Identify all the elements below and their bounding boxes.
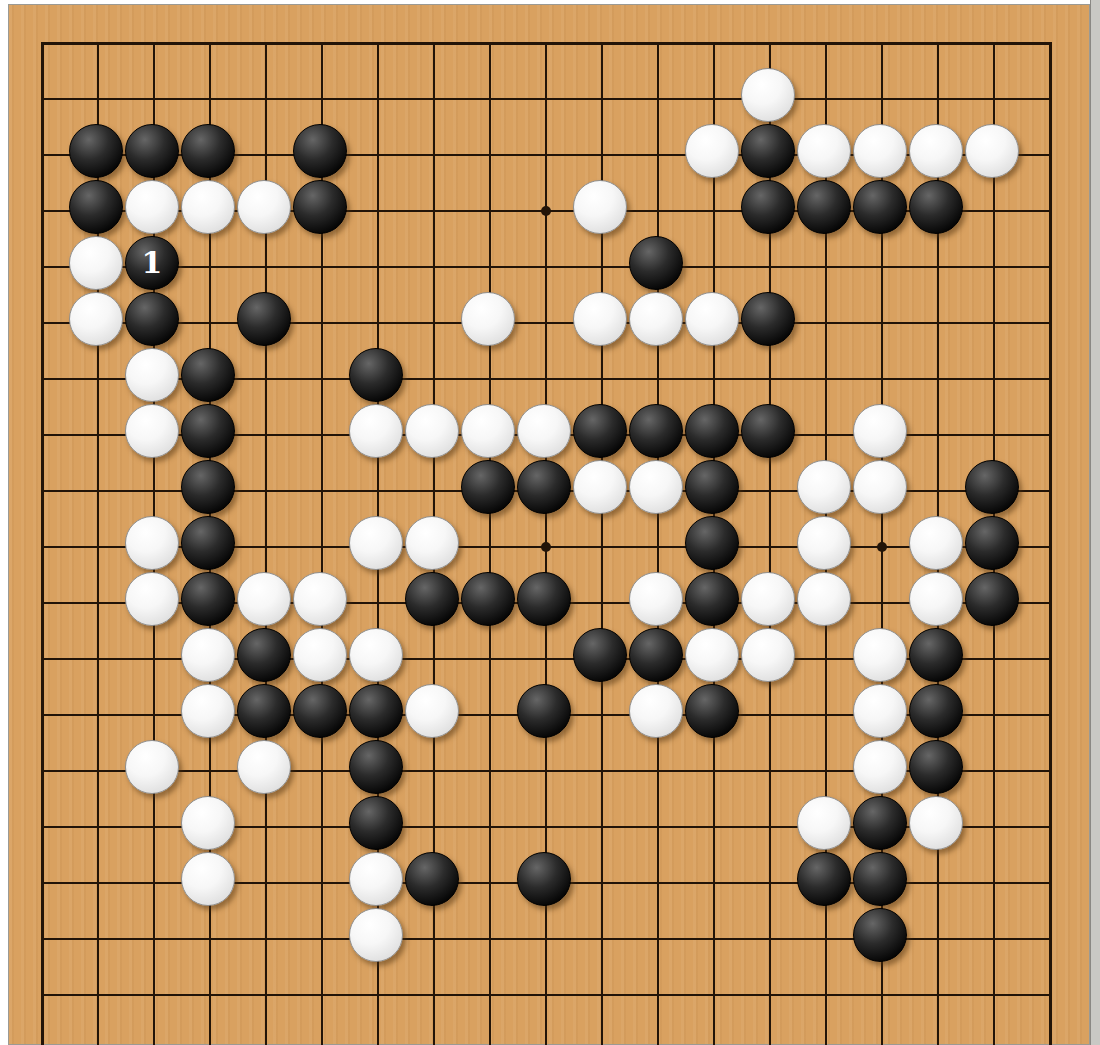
white-stone[interactable]: [629, 460, 683, 514]
white-stone[interactable]: [125, 516, 179, 570]
black-stone[interactable]: [461, 460, 515, 514]
white-stone[interactable]: [741, 68, 795, 122]
white-stone[interactable]: [125, 348, 179, 402]
white-stone[interactable]: [181, 180, 235, 234]
black-stone[interactable]: [181, 572, 235, 626]
black-stone[interactable]: [853, 180, 907, 234]
black-stone[interactable]: [853, 908, 907, 962]
black-stone[interactable]: [181, 460, 235, 514]
black-stone[interactable]: [461, 572, 515, 626]
black-stone[interactable]: [629, 404, 683, 458]
black-stone[interactable]: [685, 684, 739, 738]
white-stone[interactable]: [629, 572, 683, 626]
black-stone[interactable]: [741, 404, 795, 458]
board-layer: 1: [0, 0, 1100, 1045]
white-stone[interactable]: [741, 628, 795, 682]
black-stone[interactable]: [125, 124, 179, 178]
white-stone[interactable]: [125, 740, 179, 794]
black-stone[interactable]: [909, 740, 963, 794]
black-stone[interactable]: [69, 180, 123, 234]
white-stone[interactable]: [685, 628, 739, 682]
white-stone[interactable]: [853, 684, 907, 738]
black-stone[interactable]: [349, 740, 403, 794]
black-stone[interactable]: [685, 572, 739, 626]
black-stone[interactable]: [853, 852, 907, 906]
white-stone[interactable]: [853, 628, 907, 682]
white-stone[interactable]: [909, 124, 963, 178]
black-stone[interactable]: [629, 628, 683, 682]
grid-line-vertical: [657, 42, 659, 1045]
white-stone[interactable]: [797, 796, 851, 850]
white-stone[interactable]: [573, 180, 627, 234]
black-stone[interactable]: [797, 852, 851, 906]
black-stone[interactable]: [181, 124, 235, 178]
black-stone[interactable]: 1: [125, 236, 179, 290]
black-stone[interactable]: [69, 124, 123, 178]
black-stone[interactable]: [237, 628, 291, 682]
white-stone[interactable]: [349, 404, 403, 458]
white-stone[interactable]: [573, 292, 627, 346]
white-stone[interactable]: [629, 292, 683, 346]
white-stone[interactable]: [125, 180, 179, 234]
black-stone[interactable]: [629, 236, 683, 290]
white-stone[interactable]: [237, 572, 291, 626]
black-stone[interactable]: [293, 180, 347, 234]
star-point: [541, 206, 551, 216]
black-stone[interactable]: [181, 404, 235, 458]
white-stone[interactable]: [69, 236, 123, 290]
star-point: [541, 542, 551, 552]
grid-line-vertical: [1049, 42, 1052, 1045]
black-stone[interactable]: [909, 684, 963, 738]
white-stone[interactable]: [909, 572, 963, 626]
white-stone[interactable]: [965, 124, 1019, 178]
white-stone[interactable]: [741, 572, 795, 626]
black-stone[interactable]: [181, 516, 235, 570]
black-stone[interactable]: [965, 516, 1019, 570]
black-stone[interactable]: [405, 572, 459, 626]
white-stone[interactable]: [349, 628, 403, 682]
black-stone[interactable]: [965, 460, 1019, 514]
grid-line-vertical: [489, 42, 491, 1045]
move-number-label: 1: [142, 248, 163, 278]
white-stone[interactable]: [853, 740, 907, 794]
white-stone[interactable]: [237, 740, 291, 794]
white-stone[interactable]: [573, 460, 627, 514]
white-stone[interactable]: [685, 124, 739, 178]
black-stone[interactable]: [797, 180, 851, 234]
grid-line-horizontal: [41, 994, 1052, 996]
white-stone[interactable]: [181, 852, 235, 906]
grid-line-horizontal: [41, 322, 1052, 324]
black-stone[interactable]: [237, 292, 291, 346]
black-stone[interactable]: [293, 684, 347, 738]
white-stone[interactable]: [237, 180, 291, 234]
grid-line-horizontal: [41, 98, 1052, 100]
black-stone[interactable]: [741, 180, 795, 234]
white-stone[interactable]: [293, 628, 347, 682]
black-stone[interactable]: [293, 124, 347, 178]
white-stone[interactable]: [405, 516, 459, 570]
black-stone[interactable]: [685, 404, 739, 458]
white-stone[interactable]: [125, 572, 179, 626]
black-stone[interactable]: [909, 180, 963, 234]
black-stone[interactable]: [685, 460, 739, 514]
white-stone[interactable]: [349, 908, 403, 962]
white-stone[interactable]: [517, 404, 571, 458]
white-stone[interactable]: [181, 684, 235, 738]
black-stone[interactable]: [517, 684, 571, 738]
white-stone[interactable]: [181, 628, 235, 682]
grid-line-horizontal: [41, 42, 1052, 45]
black-stone[interactable]: [573, 404, 627, 458]
black-stone[interactable]: [685, 516, 739, 570]
star-point: [877, 542, 887, 552]
white-stone[interactable]: [853, 460, 907, 514]
white-stone[interactable]: [181, 796, 235, 850]
grid-line-horizontal: [41, 266, 1052, 268]
white-stone[interactable]: [349, 852, 403, 906]
black-stone[interactable]: [349, 348, 403, 402]
go-board-diagram: 1: [0, 0, 1100, 1045]
black-stone[interactable]: [349, 684, 403, 738]
white-stone[interactable]: [853, 404, 907, 458]
black-stone[interactable]: [573, 628, 627, 682]
white-stone[interactable]: [797, 124, 851, 178]
white-stone[interactable]: [797, 572, 851, 626]
white-stone[interactable]: [909, 796, 963, 850]
black-stone[interactable]: [517, 852, 571, 906]
white-stone[interactable]: [349, 516, 403, 570]
white-stone[interactable]: [797, 516, 851, 570]
black-stone[interactable]: [965, 572, 1019, 626]
black-stone[interactable]: [405, 852, 459, 906]
white-stone[interactable]: [461, 292, 515, 346]
white-stone[interactable]: [909, 516, 963, 570]
white-stone[interactable]: [405, 684, 459, 738]
black-stone[interactable]: [853, 796, 907, 850]
white-stone[interactable]: [69, 292, 123, 346]
white-stone[interactable]: [685, 292, 739, 346]
black-stone[interactable]: [741, 124, 795, 178]
black-stone[interactable]: [909, 628, 963, 682]
white-stone[interactable]: [853, 124, 907, 178]
white-stone[interactable]: [125, 404, 179, 458]
black-stone[interactable]: [517, 572, 571, 626]
black-stone[interactable]: [237, 684, 291, 738]
white-stone[interactable]: [293, 572, 347, 626]
black-stone[interactable]: [741, 292, 795, 346]
black-stone[interactable]: [349, 796, 403, 850]
white-stone[interactable]: [405, 404, 459, 458]
black-stone[interactable]: [125, 292, 179, 346]
white-stone[interactable]: [629, 684, 683, 738]
white-stone[interactable]: [461, 404, 515, 458]
black-stone[interactable]: [517, 460, 571, 514]
black-stone[interactable]: [181, 348, 235, 402]
grid-line-vertical: [41, 42, 44, 1045]
white-stone[interactable]: [797, 460, 851, 514]
